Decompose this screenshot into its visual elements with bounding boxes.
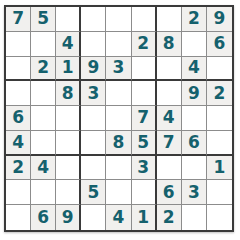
sudoku-cell[interactable]: 3 xyxy=(81,81,106,106)
sudoku-cell[interactable] xyxy=(31,32,56,57)
sudoku-cell[interactable]: 8 xyxy=(106,131,131,156)
sudoku-cell[interactable]: 2 xyxy=(157,205,182,230)
sudoku-cell[interactable] xyxy=(106,106,131,131)
sudoku-cell[interactable]: 4 xyxy=(106,205,131,230)
sudoku-cell[interactable]: 3 xyxy=(132,156,157,181)
sudoku-cell[interactable]: 9 xyxy=(81,57,106,82)
sudoku-cell[interactable]: 6 xyxy=(31,205,56,230)
sudoku-cell[interactable] xyxy=(207,205,232,230)
sudoku-cell[interactable]: 9 xyxy=(56,205,81,230)
sudoku-cell[interactable]: 2 xyxy=(132,32,157,57)
sudoku-cell[interactable]: 1 xyxy=(56,57,81,82)
sudoku-cell[interactable]: 2 xyxy=(182,7,207,32)
sudoku-cell[interactable]: 6 xyxy=(182,131,207,156)
sudoku-cell[interactable] xyxy=(31,81,56,106)
sudoku-cell[interactable]: 5 xyxy=(132,131,157,156)
sudoku-cell[interactable]: 7 xyxy=(6,7,31,32)
sudoku-cell[interactable] xyxy=(81,156,106,181)
sudoku-cell[interactable]: 4 xyxy=(157,106,182,131)
sudoku-cell[interactable]: 3 xyxy=(106,57,131,82)
sudoku-cell[interactable] xyxy=(106,7,131,32)
sudoku-cell[interactable] xyxy=(182,32,207,57)
sudoku-cell[interactable]: 1 xyxy=(207,156,232,181)
sudoku-cell[interactable]: 6 xyxy=(157,180,182,205)
sudoku-cell[interactable]: 5 xyxy=(81,180,106,205)
sudoku-cell[interactable] xyxy=(132,180,157,205)
sudoku-cell[interactable]: 8 xyxy=(157,32,182,57)
sudoku-cell[interactable]: 7 xyxy=(157,131,182,156)
sudoku-cell[interactable]: 9 xyxy=(182,81,207,106)
sudoku-cell[interactable] xyxy=(207,180,232,205)
sudoku-cell[interactable] xyxy=(56,106,81,131)
sudoku-cell[interactable] xyxy=(132,57,157,82)
sudoku-cell[interactable] xyxy=(182,205,207,230)
sudoku-cell[interactable] xyxy=(106,32,131,57)
sudoku-cell[interactable]: 2 xyxy=(31,57,56,82)
sudoku-cell[interactable] xyxy=(157,156,182,181)
sudoku-cell[interactable] xyxy=(81,106,106,131)
sudoku-cell[interactable] xyxy=(31,131,56,156)
sudoku-cell[interactable] xyxy=(132,7,157,32)
sudoku-cell[interactable] xyxy=(6,32,31,57)
sudoku-cell[interactable]: 3 xyxy=(182,180,207,205)
sudoku-cell[interactable] xyxy=(207,57,232,82)
sudoku-cell[interactable] xyxy=(81,205,106,230)
sudoku-cell[interactable] xyxy=(56,180,81,205)
sudoku-cell[interactable] xyxy=(106,156,131,181)
sudoku-cell[interactable] xyxy=(182,106,207,131)
sudoku-cell[interactable]: 1 xyxy=(132,205,157,230)
sudoku-cell[interactable]: 9 xyxy=(207,7,232,32)
sudoku-cell[interactable] xyxy=(81,131,106,156)
sudoku-cell[interactable]: 2 xyxy=(207,81,232,106)
sudoku-cell[interactable]: 4 xyxy=(56,32,81,57)
sudoku-cell[interactable] xyxy=(31,106,56,131)
sudoku-cell[interactable]: 4 xyxy=(31,156,56,181)
sudoku-board: 7529428621934839267448576243156369412 xyxy=(4,5,234,232)
sudoku-cell[interactable] xyxy=(207,131,232,156)
sudoku-cell[interactable] xyxy=(31,180,56,205)
sudoku-cell[interactable] xyxy=(56,7,81,32)
sudoku-cell[interactable] xyxy=(81,7,106,32)
sudoku-cell[interactable] xyxy=(6,57,31,82)
sudoku-cell[interactable] xyxy=(56,156,81,181)
sudoku-cell[interactable] xyxy=(157,57,182,82)
sudoku-cell[interactable] xyxy=(182,156,207,181)
sudoku-cell[interactable] xyxy=(6,180,31,205)
sudoku-cell[interactable] xyxy=(6,205,31,230)
sudoku-cell[interactable]: 8 xyxy=(56,81,81,106)
sudoku-cell[interactable] xyxy=(6,81,31,106)
sudoku-cell[interactable] xyxy=(157,81,182,106)
sudoku-cell[interactable]: 6 xyxy=(207,32,232,57)
sudoku-cell[interactable] xyxy=(56,131,81,156)
sudoku-cell[interactable]: 2 xyxy=(6,156,31,181)
sudoku-cell[interactable]: 4 xyxy=(6,131,31,156)
sudoku-cell[interactable]: 6 xyxy=(6,106,31,131)
sudoku-cell[interactable] xyxy=(106,180,131,205)
sudoku-cell[interactable] xyxy=(106,81,131,106)
sudoku-cell[interactable] xyxy=(207,106,232,131)
sudoku-cell[interactable] xyxy=(81,32,106,57)
sudoku-cell[interactable] xyxy=(132,81,157,106)
sudoku-cell[interactable]: 5 xyxy=(31,7,56,32)
sudoku-cell[interactable]: 7 xyxy=(132,106,157,131)
sudoku-cell[interactable]: 4 xyxy=(182,57,207,82)
sudoku-cell[interactable] xyxy=(157,7,182,32)
